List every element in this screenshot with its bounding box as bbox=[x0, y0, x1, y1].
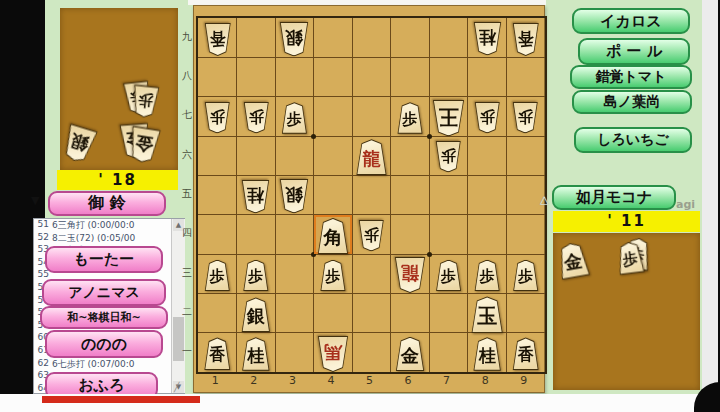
piece-kanji: 香 bbox=[512, 23, 540, 53]
grid-line bbox=[275, 18, 276, 372]
move-number: 62 bbox=[34, 358, 49, 371]
piece-kanji: 銀 bbox=[241, 301, 271, 332]
viewer-button-もーたー[interactable]: もーたー bbox=[45, 246, 163, 273]
file-label-3: 3 bbox=[286, 374, 298, 387]
piece-5四-歩[interactable]: 歩 bbox=[358, 220, 385, 252]
rank-label-五: 五 bbox=[180, 187, 194, 201]
piece-kanji: 王 bbox=[432, 100, 465, 133]
piece-kanji: 桂 bbox=[241, 341, 270, 371]
file-label-1: 1 bbox=[209, 374, 221, 387]
spectator-button-イカロス[interactable]: イカロス bbox=[572, 8, 690, 34]
player-button-gote[interactable]: 如月モコナ bbox=[552, 185, 676, 210]
file-label-2: 2 bbox=[248, 374, 260, 387]
piece-kanji: 歩 bbox=[435, 263, 462, 291]
piece-7七-王[interactable]: 王 bbox=[432, 100, 465, 137]
piece-kanji: 歩 bbox=[435, 141, 462, 169]
grid-line bbox=[313, 18, 314, 372]
piece-2五-桂[interactable]: 桂 bbox=[241, 180, 270, 214]
piece-kanji: 歩 bbox=[131, 85, 160, 116]
file-label-6: 6 bbox=[402, 374, 414, 387]
piece-9一-香[interactable]: 香 bbox=[512, 337, 540, 370]
app: 歩歩銀金金 ' 18 ▼ 御 鈴 516三角打 (0:00/00:0528二玉(… bbox=[0, 0, 720, 412]
player-button-sente[interactable]: 御 鈴 bbox=[48, 191, 166, 216]
piece-4四-角[interactable]: 角 bbox=[317, 218, 349, 254]
piece-kanji: 歩 bbox=[474, 263, 501, 291]
file-label-4: 4 bbox=[325, 374, 337, 387]
turn-marker-gote: △ bbox=[540, 193, 548, 206]
piece-9九-香[interactable]: 香 bbox=[512, 23, 540, 56]
piece-4三-歩[interactable]: 歩 bbox=[320, 260, 347, 292]
captured-pieces-tray-sente[interactable]: 歩歩銀金金 bbox=[60, 8, 178, 170]
piece-1九-香[interactable]: 香 bbox=[204, 23, 232, 56]
piece-kanji: 歩 bbox=[243, 102, 270, 130]
grid-line bbox=[198, 254, 545, 255]
piece-kanji: 歩 bbox=[512, 263, 539, 291]
piece-3九-銀[interactable]: 銀 bbox=[279, 22, 309, 57]
piece-6三-龍[interactable]: 龍 bbox=[394, 257, 426, 293]
hand-piece-金[interactable]: 金 bbox=[555, 241, 591, 280]
hand-piece-歩[interactable]: 歩 bbox=[130, 85, 160, 119]
piece-kanji: 馬 bbox=[317, 336, 349, 368]
grid-line bbox=[198, 96, 545, 97]
grid-line bbox=[506, 18, 507, 372]
piece-kanji: 角 bbox=[317, 222, 349, 254]
spectator-button-錯覚トマト[interactable]: 錯覚トマト bbox=[570, 65, 692, 89]
piece-9七-歩[interactable]: 歩 bbox=[512, 102, 539, 134]
piece-2二-銀[interactable]: 銀 bbox=[241, 297, 271, 332]
spectator-button-しろいちご[interactable]: しろいちご bbox=[574, 127, 692, 153]
move-row-62[interactable]: 626七歩打 (0:07/00:0 bbox=[34, 358, 184, 371]
piece-kanji: 桂 bbox=[473, 341, 502, 371]
piece-kanji: 歩 bbox=[474, 102, 501, 130]
spectator-button-ポール[interactable]: ポ ー ル bbox=[578, 38, 690, 65]
hand-piece-歩[interactable]: 歩 bbox=[615, 241, 645, 275]
captured-pieces-tray-gote[interactable]: 金歩歩 bbox=[553, 233, 700, 390]
piece-kanji: 桂 bbox=[473, 22, 502, 52]
piece-kanji: 銀 bbox=[279, 179, 309, 210]
piece-kanji: 銀 bbox=[279, 22, 309, 53]
piece-8七-歩[interactable]: 歩 bbox=[474, 102, 501, 134]
grid-line bbox=[390, 18, 391, 372]
piece-kanji: 歩 bbox=[616, 244, 646, 275]
piece-9三-歩[interactable]: 歩 bbox=[512, 260, 539, 292]
piece-8九-桂[interactable]: 桂 bbox=[473, 22, 502, 56]
piece-1三-歩[interactable]: 歩 bbox=[204, 260, 231, 292]
piece-8一-桂[interactable]: 桂 bbox=[473, 337, 502, 371]
rank-label-八: 八 bbox=[180, 69, 194, 83]
piece-2七-歩[interactable]: 歩 bbox=[243, 102, 270, 134]
piece-kanji: 香 bbox=[204, 341, 232, 371]
piece-kanji: 金 bbox=[395, 340, 425, 371]
grid-line bbox=[352, 18, 353, 372]
piece-3七-歩[interactable]: 歩 bbox=[281, 102, 308, 134]
shogi-board[interactable]: 香銀桂香歩歩歩歩王歩歩龍歩桂銀角歩歩歩歩龍歩歩歩銀玉香桂馬金桂香 bbox=[196, 16, 547, 374]
move-number: 51 bbox=[34, 219, 49, 232]
file-label-9: 9 bbox=[518, 374, 530, 387]
clock-gote: ' 11 bbox=[553, 211, 700, 232]
piece-7六-歩[interactable]: 歩 bbox=[435, 141, 462, 173]
piece-kanji: 歩 bbox=[358, 220, 385, 248]
grid-line bbox=[198, 136, 545, 137]
piece-kanji: 歩 bbox=[512, 102, 539, 130]
piece-7三-歩[interactable]: 歩 bbox=[435, 260, 462, 292]
grid-line bbox=[236, 18, 237, 372]
video-progress-bar[interactable] bbox=[42, 396, 200, 403]
piece-kanji: 香 bbox=[204, 23, 232, 53]
grid-line bbox=[198, 293, 545, 294]
piece-2三-歩[interactable]: 歩 bbox=[243, 260, 270, 292]
piece-2一-桂[interactable]: 桂 bbox=[241, 337, 270, 371]
right-white-strip bbox=[702, 0, 718, 392]
piece-4一-馬[interactable]: 馬 bbox=[317, 336, 349, 372]
piece-kanji: 歩 bbox=[281, 105, 308, 133]
piece-kanji: 香 bbox=[512, 341, 540, 371]
hand-piece-金[interactable]: 金 bbox=[126, 126, 161, 165]
piece-8二-玉[interactable]: 玉 bbox=[471, 296, 504, 333]
piece-kanji: 銀 bbox=[61, 123, 99, 161]
move-text: 6七歩打 (0:07/00:0 bbox=[52, 358, 135, 371]
piece-kanji: 玉 bbox=[471, 300, 504, 333]
move-text: 8二玉(72) (0:05/00 bbox=[52, 232, 135, 245]
hand-piece-銀[interactable]: 銀 bbox=[60, 123, 99, 165]
piece-kanji: 龍 bbox=[355, 143, 387, 175]
piece-kanji: 歩 bbox=[320, 263, 347, 291]
piece-kanji: 金 bbox=[556, 244, 591, 280]
file-label-5: 5 bbox=[363, 374, 375, 387]
piece-5六-龍[interactable]: 龍 bbox=[355, 139, 387, 175]
piece-6一-金[interactable]: 金 bbox=[395, 337, 425, 372]
grid-line bbox=[198, 57, 545, 58]
move-row-51[interactable]: 516三角打 (0:00/00:0 bbox=[34, 219, 184, 232]
viewer-button-ののの[interactable]: ののの bbox=[45, 330, 163, 358]
grid-line bbox=[198, 214, 545, 215]
turn-marker-sente: ▼ bbox=[31, 194, 39, 207]
move-text: 6三角打 (0:00/00:0 bbox=[52, 219, 135, 232]
piece-kanji: 龍 bbox=[394, 257, 426, 289]
grid-line bbox=[467, 18, 468, 372]
watermark-text: agi bbox=[676, 198, 695, 211]
move-row-52[interactable]: 528二玉(72) (0:05/00 bbox=[34, 232, 184, 245]
rank-label-九: 九 bbox=[180, 30, 194, 44]
piece-kanji: 歩 bbox=[397, 105, 424, 133]
resize-grip-icon[interactable]: ╱ bbox=[174, 382, 179, 392]
rank-label-三: 三 bbox=[180, 266, 194, 280]
rank-label-二: 二 bbox=[180, 305, 194, 319]
piece-kanji: 金 bbox=[127, 126, 161, 161]
piece-1一-香[interactable]: 香 bbox=[204, 337, 232, 370]
viewer-button-和~将棋日和~[interactable]: 和~将棋日和~ bbox=[40, 306, 168, 329]
piece-kanji: 歩 bbox=[204, 102, 231, 130]
piece-6七-歩[interactable]: 歩 bbox=[397, 102, 424, 134]
rank-label-一: 一 bbox=[180, 344, 194, 358]
rank-label-六: 六 bbox=[180, 148, 194, 162]
piece-3五-銀[interactable]: 銀 bbox=[279, 179, 309, 214]
piece-8三-歩[interactable]: 歩 bbox=[474, 260, 501, 292]
spectator-button-島ノ葉尚[interactable]: 島ノ葉尚 bbox=[572, 90, 692, 114]
grid-line bbox=[429, 18, 430, 372]
rank-label-七: 七 bbox=[180, 108, 194, 122]
piece-1七-歩[interactable]: 歩 bbox=[204, 102, 231, 134]
hoshi-dot bbox=[427, 252, 432, 257]
hoshi-dot bbox=[311, 134, 316, 139]
move-number: 52 bbox=[34, 232, 49, 245]
piece-kanji: 歩 bbox=[243, 263, 270, 291]
piece-kanji: 歩 bbox=[204, 263, 231, 291]
clock-sente: ' 18 bbox=[57, 170, 178, 190]
file-label-7: 7 bbox=[441, 374, 453, 387]
piece-kanji: 桂 bbox=[241, 180, 270, 210]
viewer-button-アノニマス[interactable]: アノニマス bbox=[42, 279, 166, 306]
rank-label-四: 四 bbox=[180, 226, 194, 240]
file-label-8: 8 bbox=[479, 374, 491, 387]
